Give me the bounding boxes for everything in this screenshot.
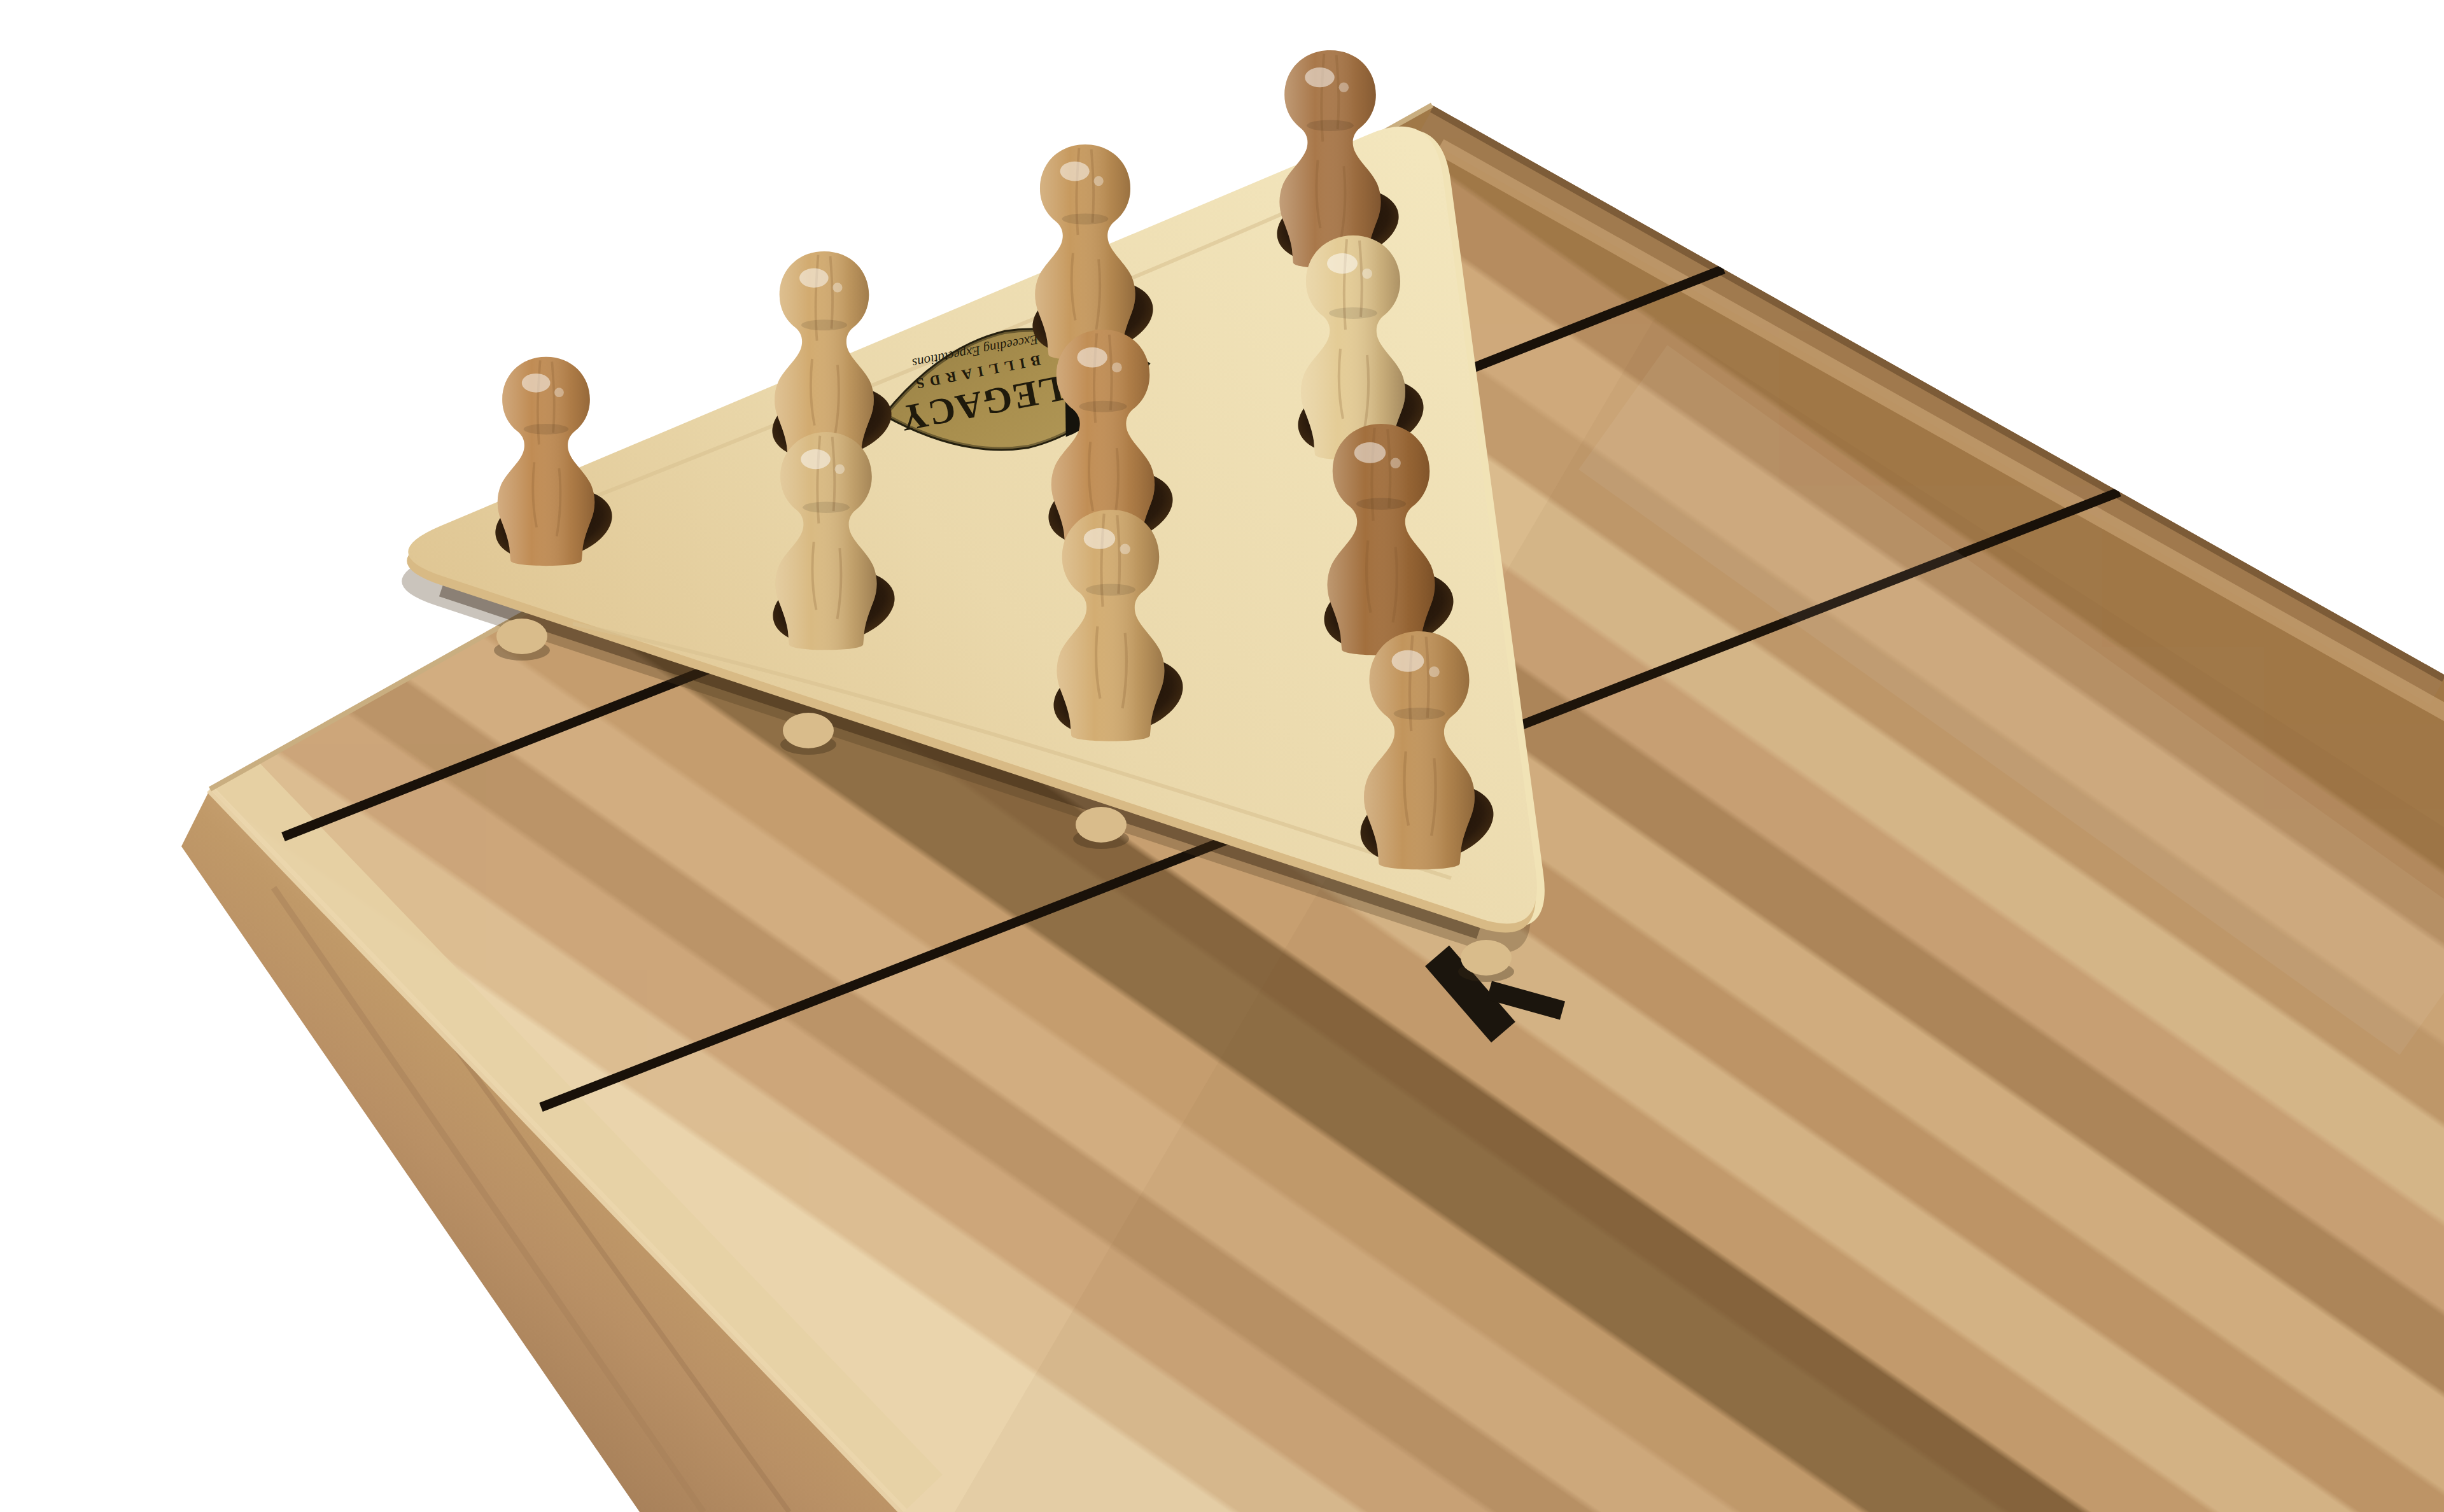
product-photo-stage: LEGACY BILLIARDS Exceeding Expectations [0,0,2444,1512]
rack-foot [1461,940,1512,976]
pin-7[interactable] [498,357,595,566]
rack-foot [496,619,547,654]
shuffleboard-bowling-scene: LEGACY BILLIARDS Exceeding Expectations [0,0,2444,1512]
rack-foot [1076,807,1127,843]
rack-foot [783,713,834,748]
